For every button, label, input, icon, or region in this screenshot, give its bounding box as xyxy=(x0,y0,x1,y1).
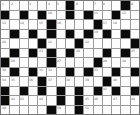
cell-r6c1[interactable] xyxy=(1,49,9,58)
block-r3c11 xyxy=(94,20,102,29)
cell-r12c14[interactable] xyxy=(121,106,129,115)
cell-r9c1[interactable]: 34 xyxy=(1,77,9,86)
cell-r8c5[interactable]: 31 xyxy=(38,68,46,77)
cell-r11c15[interactable]: 48 xyxy=(131,96,139,105)
clue-number: 38 xyxy=(66,78,70,81)
cell-r4c1[interactable] xyxy=(1,30,9,39)
clue-number: 28 xyxy=(103,59,107,62)
cell-r3c9[interactable] xyxy=(75,20,83,29)
cell-r8c14[interactable] xyxy=(121,68,129,77)
cell-r12c5[interactable] xyxy=(38,106,46,115)
block-r8c2 xyxy=(10,68,18,77)
block-r12c9 xyxy=(75,106,83,115)
clue-number: 40 xyxy=(113,78,117,81)
clue-number: 9 xyxy=(131,2,133,5)
clue-number: 5 xyxy=(57,2,59,5)
cell-r12c4[interactable] xyxy=(29,106,37,115)
block-r3c6 xyxy=(47,20,55,29)
clue-number: 45 xyxy=(85,97,89,100)
cell-r10c8[interactable] xyxy=(66,87,74,96)
clue-number: 51 xyxy=(85,106,89,109)
block-r2c8 xyxy=(66,11,74,20)
cell-r3c13[interactable]: 18 xyxy=(112,20,120,29)
cell-r6c3[interactable] xyxy=(20,49,28,58)
block-r4c8 xyxy=(66,30,74,39)
clue-number: 29 xyxy=(122,59,126,62)
clue-number: 19 xyxy=(94,30,98,33)
cell-r4c15[interactable] xyxy=(131,30,139,39)
clue-number: 39 xyxy=(85,78,89,81)
clue-number: 23 xyxy=(39,49,43,52)
cell-r1c6[interactable]: 4 xyxy=(47,1,55,10)
block-r6c2 xyxy=(10,49,18,58)
cell-r3c15[interactable] xyxy=(131,20,139,29)
cell-r5c6[interactable]: 21 xyxy=(47,39,55,48)
cell-r10c4[interactable] xyxy=(29,87,37,96)
cell-r6c5[interactable]: 23 xyxy=(38,49,46,58)
block-r8c10 xyxy=(84,68,92,77)
cell-r2c6[interactable]: 10 xyxy=(47,11,55,20)
block-r4c12 xyxy=(103,30,111,39)
cell-r5c13[interactable] xyxy=(112,39,120,48)
cell-r11c3[interactable]: 43 xyxy=(20,96,28,105)
block-r6c8 xyxy=(66,49,74,58)
cell-r7c3[interactable] xyxy=(20,58,28,67)
cell-r2c11[interactable]: 11 xyxy=(94,11,102,20)
clue-number: 1 xyxy=(2,2,4,5)
cell-r3c7[interactable]: 16 xyxy=(57,20,65,29)
block-r1c14 xyxy=(121,1,129,10)
clue-number: 18 xyxy=(113,21,117,24)
cell-r4c13[interactable] xyxy=(112,30,120,39)
cell-r9c7[interactable] xyxy=(57,77,65,86)
cell-r6c13[interactable] xyxy=(112,49,120,58)
block-r4c2 xyxy=(10,30,18,39)
cell-r9c2[interactable]: 35 xyxy=(10,77,18,86)
block-r7c1 xyxy=(1,58,9,67)
block-r10c7 xyxy=(57,87,65,96)
cell-r10c14[interactable] xyxy=(121,87,129,96)
block-r10c13 xyxy=(112,87,120,96)
cell-r7c9[interactable] xyxy=(75,58,83,67)
clue-number: 24 xyxy=(76,49,80,52)
cell-r9c6[interactable]: 37 xyxy=(47,77,55,86)
cell-r1c13[interactable] xyxy=(112,1,120,10)
cell-r11c6[interactable] xyxy=(47,96,55,105)
cell-r6c7[interactable] xyxy=(57,49,65,58)
cell-r6c9[interactable]: 24 xyxy=(75,49,83,58)
block-r9c12 xyxy=(103,77,111,86)
clue-number: 31 xyxy=(39,68,43,71)
cell-r8c1[interactable]: 30 xyxy=(1,68,9,77)
cell-r5c12[interactable] xyxy=(103,39,111,48)
cell-r4c9[interactable] xyxy=(75,30,83,39)
cell-r10c2[interactable] xyxy=(10,87,18,96)
cell-r5c14[interactable] xyxy=(121,39,129,48)
block-r6c4 xyxy=(29,49,37,58)
cell-r11c8[interactable] xyxy=(66,96,74,105)
clue-number: 22 xyxy=(85,40,89,43)
clue-number: 36 xyxy=(29,78,33,81)
clue-number: 8 xyxy=(103,2,105,5)
clue-number: 33 xyxy=(94,68,98,71)
block-r5c9 xyxy=(75,39,83,48)
cell-r8c12[interactable] xyxy=(103,68,111,77)
clue-number: 48 xyxy=(131,97,135,100)
cell-r7c13[interactable] xyxy=(112,58,120,67)
cell-r12c7[interactable]: 50 xyxy=(57,106,65,115)
cell-r9c10[interactable]: 39 xyxy=(84,77,92,86)
cell-r2c12[interactable] xyxy=(103,11,111,20)
clue-number: 13 xyxy=(2,21,6,24)
cell-r1c15[interactable]: 9 xyxy=(131,1,139,10)
cell-r11c12[interactable] xyxy=(103,96,111,105)
block-r5c15 xyxy=(131,39,139,48)
cell-r12c13[interactable] xyxy=(112,106,120,115)
clue-number: 6 xyxy=(76,2,78,5)
cell-r7c7[interactable]: 27 xyxy=(57,58,65,67)
block-r8c13 xyxy=(112,68,120,77)
clue-number: 32 xyxy=(48,68,52,71)
clue-number: 3 xyxy=(29,2,31,5)
cell-r12c3[interactable] xyxy=(20,106,28,115)
block-r11c1 xyxy=(1,96,9,105)
block-r8c4 xyxy=(29,68,37,77)
clue-number: 42 xyxy=(11,97,15,100)
clue-number: 43 xyxy=(20,97,24,100)
clue-number: 47 xyxy=(113,97,117,100)
cell-r6c10[interactable] xyxy=(84,49,92,58)
clue-number: 7 xyxy=(94,2,96,5)
cell-r5c7[interactable] xyxy=(57,39,65,48)
cell-r11c13[interactable]: 47 xyxy=(112,96,120,105)
block-r6c12 xyxy=(103,49,111,58)
block-r2c5 xyxy=(38,11,46,20)
cell-r1c12[interactable]: 8 xyxy=(103,1,111,10)
cell-r3c10[interactable] xyxy=(84,20,92,29)
clue-number: 25 xyxy=(131,49,135,52)
block-r5c5 xyxy=(38,39,46,48)
block-r10c3 xyxy=(20,87,28,96)
cell-r3c4[interactable] xyxy=(29,20,37,29)
cell-r1c1[interactable]: 1 xyxy=(1,1,9,10)
cell-r6c11[interactable] xyxy=(94,49,102,58)
cell-r12c8[interactable] xyxy=(66,106,74,115)
cell-r2c2[interactable] xyxy=(10,11,18,20)
clue-number: 41 xyxy=(103,87,107,90)
block-r6c14 xyxy=(121,49,129,58)
cell-r4c7[interactable] xyxy=(57,30,65,39)
cell-r5c1[interactable]: 20 xyxy=(1,39,9,48)
cell-r4c5[interactable] xyxy=(38,30,46,39)
clue-number: 35 xyxy=(11,78,15,81)
cell-r11c4[interactable] xyxy=(29,96,37,105)
clue-number: 17 xyxy=(103,21,107,24)
clue-number: 37 xyxy=(48,78,52,81)
cell-r8c6[interactable]: 32 xyxy=(47,68,55,77)
cell-r7c15[interactable] xyxy=(131,58,139,67)
cell-r11c14[interactable] xyxy=(121,96,129,105)
cell-r9c13[interactable]: 40 xyxy=(112,77,120,86)
block-r2c3 xyxy=(20,11,28,20)
cell-r5c10[interactable]: 22 xyxy=(84,39,92,48)
cell-r3c3[interactable]: 14 xyxy=(20,20,28,29)
cell-r2c14[interactable]: 12 xyxy=(121,11,129,20)
block-r11c9 xyxy=(75,96,83,105)
block-r4c14 xyxy=(121,30,129,39)
block-r10c1 xyxy=(1,87,9,96)
cell-r4c11[interactable]: 19 xyxy=(94,30,102,39)
cell-r4c3[interactable] xyxy=(20,30,28,39)
clue-number: 21 xyxy=(48,40,52,43)
cell-r10c12[interactable]: 41 xyxy=(103,87,111,96)
clue-number: 2 xyxy=(11,2,13,5)
clue-number: 16 xyxy=(57,21,61,24)
crossword-grid: 1234567891011121314151617181920212223242… xyxy=(0,0,140,115)
cell-r9c9[interactable] xyxy=(75,77,83,86)
cell-r8c11[interactable]: 33 xyxy=(94,68,102,77)
cell-r12c15[interactable] xyxy=(131,106,139,115)
cell-r1c10[interactable] xyxy=(84,1,92,10)
cell-r3c12[interactable]: 17 xyxy=(103,20,111,29)
cell-r5c2[interactable] xyxy=(10,39,18,48)
clue-number: 12 xyxy=(122,11,126,14)
cell-r8c7[interactable] xyxy=(57,68,65,77)
cell-r12c10[interactable]: 51 xyxy=(84,106,92,115)
cell-r2c9[interactable] xyxy=(75,11,83,20)
cell-r11c10[interactable]: 45 xyxy=(84,96,92,105)
cell-r3c1[interactable]: 13 xyxy=(1,20,9,29)
cell-r9c11[interactable] xyxy=(94,77,102,86)
cell-r12c2[interactable] xyxy=(10,106,18,115)
cell-r7c14[interactable]: 29 xyxy=(121,58,129,67)
block-r2c1 xyxy=(1,11,9,20)
block-r4c10 xyxy=(84,30,92,39)
block-r1c8 xyxy=(66,1,74,10)
cell-r9c15[interactable] xyxy=(131,77,139,86)
cell-r2c15[interactable] xyxy=(131,11,139,20)
clue-number: 44 xyxy=(39,97,43,100)
cell-r8c3[interactable] xyxy=(20,68,28,77)
cell-r11c2[interactable]: 42 xyxy=(10,96,18,105)
cell-r1c11[interactable]: 7 xyxy=(94,1,102,10)
clue-number: 20 xyxy=(2,40,6,43)
cell-r9c3[interactable] xyxy=(20,77,28,86)
clue-number: 4 xyxy=(48,2,50,5)
cell-r5c8[interactable] xyxy=(66,39,74,48)
clue-number: 27 xyxy=(57,59,61,62)
clue-number: 34 xyxy=(2,78,6,81)
clue-number: 10 xyxy=(48,11,52,14)
clue-number: 26 xyxy=(11,59,15,62)
block-r2c10 xyxy=(84,11,92,20)
clue-number: 14 xyxy=(20,21,24,24)
cell-r7c2[interactable]: 26 xyxy=(10,58,18,67)
block-r8c8 xyxy=(66,68,74,77)
cell-r11c5[interactable]: 44 xyxy=(38,96,46,105)
cell-r7c12[interactable]: 28 xyxy=(103,58,111,67)
cell-r3c14[interactable] xyxy=(121,20,129,29)
cell-r8c9[interactable] xyxy=(75,68,83,77)
cell-r3c5[interactable]: 15 xyxy=(38,20,46,29)
clue-number: 30 xyxy=(2,68,6,71)
cell-r1c7[interactable]: 5 xyxy=(57,1,65,10)
cell-r9c14[interactable] xyxy=(121,77,129,86)
cell-r1c4[interactable]: 3 xyxy=(29,1,37,10)
cell-r6c15[interactable]: 25 xyxy=(131,49,139,58)
cell-r5c4[interactable] xyxy=(29,39,37,48)
cell-r2c4[interactable] xyxy=(29,11,37,20)
block-r8c15 xyxy=(131,68,139,77)
block-r4c6 xyxy=(47,30,55,39)
cell-r5c3[interactable] xyxy=(20,39,28,48)
block-r9c5 xyxy=(38,77,46,86)
block-r10c5 xyxy=(38,87,46,96)
cell-r10c6[interactable] xyxy=(47,87,55,96)
clue-number: 46 xyxy=(94,97,98,100)
block-r12c6 xyxy=(47,106,55,115)
block-r7c11 xyxy=(94,58,102,67)
block-r10c15 xyxy=(131,87,139,96)
cell-r11c11[interactable]: 46 xyxy=(94,96,102,105)
cell-r1c3[interactable] xyxy=(20,1,28,10)
block-r6c6 xyxy=(47,49,55,58)
cell-r1c9[interactable]: 6 xyxy=(75,1,83,10)
block-r10c9 xyxy=(75,87,83,96)
block-r2c13 xyxy=(112,11,120,20)
block-r10c11 xyxy=(94,87,102,96)
cell-r7c10[interactable] xyxy=(84,58,92,67)
cell-r10c10[interactable] xyxy=(84,87,92,96)
cell-r3c2[interactable] xyxy=(10,20,18,29)
block-r4c4 xyxy=(29,30,37,39)
cell-r9c4[interactable]: 36 xyxy=(29,77,37,86)
cell-r2c7[interactable] xyxy=(57,11,65,20)
clue-number: 11 xyxy=(94,11,98,14)
cell-r12c11[interactable] xyxy=(94,106,102,115)
clue-number: 49 xyxy=(2,106,6,109)
cell-r7c8[interactable] xyxy=(66,58,74,67)
cell-r1c5[interactable] xyxy=(38,1,46,10)
cell-r12c1[interactable]: 49 xyxy=(1,106,9,115)
cell-r7c5[interactable] xyxy=(38,58,46,67)
block-r7c6 xyxy=(47,58,55,67)
block-r11c7 xyxy=(57,96,65,105)
cell-r1c2[interactable]: 2 xyxy=(10,1,18,10)
cell-r3c8[interactable] xyxy=(66,20,74,29)
clue-number: 50 xyxy=(57,106,61,109)
cell-r12c12[interactable] xyxy=(103,106,111,115)
cell-r7c4[interactable] xyxy=(29,58,37,67)
cell-r5c11[interactable] xyxy=(94,39,102,48)
cell-r9c8[interactable]: 38 xyxy=(66,77,74,86)
clue-number: 15 xyxy=(39,21,43,24)
